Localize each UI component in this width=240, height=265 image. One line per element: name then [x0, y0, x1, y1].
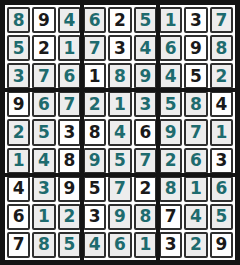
cell-r5c2[interactable]: 5: [32, 119, 55, 145]
cell-r2c8[interactable]: 9: [184, 35, 207, 61]
cell-r7c9[interactable]: 6: [210, 176, 233, 202]
cell-r3c5[interactable]: 8: [108, 63, 131, 89]
cell-r1c7[interactable]: 1: [159, 7, 182, 33]
cell-r8c2[interactable]: 1: [32, 204, 55, 230]
cell-r6c8[interactable]: 6: [184, 148, 207, 174]
cell-r9c2[interactable]: 8: [32, 232, 55, 258]
cell-r2c9[interactable]: 8: [210, 35, 233, 61]
cell-r2c1[interactable]: 5: [7, 35, 30, 61]
cell-r6c2[interactable]: 4: [32, 148, 55, 174]
cell-r4c7[interactable]: 5: [159, 91, 182, 117]
cell-r4c5[interactable]: 1: [108, 91, 131, 117]
cell-r6c5[interactable]: 5: [108, 148, 131, 174]
cell-r1c2[interactable]: 9: [32, 7, 55, 33]
cell-r5c1[interactable]: 2: [7, 119, 30, 145]
cell-r6c1[interactable]: 1: [7, 148, 30, 174]
cell-r4c2[interactable]: 6: [32, 91, 55, 117]
cell-r6c3[interactable]: 8: [58, 148, 81, 174]
cell-r7c4[interactable]: 5: [83, 176, 106, 202]
cell-r4c6[interactable]: 3: [134, 91, 157, 117]
box-separator-horizontal-1: [5, 88, 235, 92]
cell-r8c4[interactable]: 3: [83, 204, 106, 230]
cell-r6c7[interactable]: 2: [159, 148, 182, 174]
cell-r2c7[interactable]: 6: [159, 35, 182, 61]
cell-r2c5[interactable]: 3: [108, 35, 131, 61]
cell-r1c4[interactable]: 6: [83, 7, 106, 33]
cell-r8c3[interactable]: 2: [58, 204, 81, 230]
cell-r1c3[interactable]: 4: [58, 7, 81, 33]
cell-r3c1[interactable]: 3: [7, 63, 30, 89]
cell-r8c8[interactable]: 4: [184, 204, 207, 230]
cell-r2c6[interactable]: 4: [134, 35, 157, 61]
cell-r6c6[interactable]: 7: [134, 148, 157, 174]
cell-r5c7[interactable]: 9: [159, 119, 182, 145]
cell-r7c2[interactable]: 3: [32, 176, 55, 202]
cell-r7c3[interactable]: 9: [58, 176, 81, 202]
cell-r1c9[interactable]: 7: [210, 7, 233, 33]
cell-r3c7[interactable]: 4: [159, 63, 182, 89]
cell-r1c8[interactable]: 3: [184, 7, 207, 33]
cell-r9c3[interactable]: 5: [58, 232, 81, 258]
cell-r5c9[interactable]: 1: [210, 119, 233, 145]
cell-r6c9[interactable]: 3: [210, 148, 233, 174]
sudoku-board-frame: 8946251375217346983761894529672135842538…: [0, 0, 240, 265]
cell-r4c9[interactable]: 4: [210, 91, 233, 117]
cell-r3c3[interactable]: 6: [58, 63, 81, 89]
cell-r8c1[interactable]: 6: [7, 204, 30, 230]
cell-r4c3[interactable]: 7: [58, 91, 81, 117]
cell-r8c6[interactable]: 8: [134, 204, 157, 230]
cell-r8c9[interactable]: 5: [210, 204, 233, 230]
cell-r9c6[interactable]: 1: [134, 232, 157, 258]
cell-r4c4[interactable]: 2: [83, 91, 106, 117]
cell-r3c8[interactable]: 5: [184, 63, 207, 89]
cell-r7c1[interactable]: 4: [7, 176, 30, 202]
cell-r1c6[interactable]: 5: [134, 7, 157, 33]
cell-r3c9[interactable]: 2: [210, 63, 233, 89]
cell-r7c7[interactable]: 8: [159, 176, 182, 202]
cell-r8c7[interactable]: 7: [159, 204, 182, 230]
cell-r9c8[interactable]: 2: [184, 232, 207, 258]
cell-r9c1[interactable]: 7: [7, 232, 30, 258]
cell-r2c4[interactable]: 7: [83, 35, 106, 61]
cell-r9c5[interactable]: 6: [108, 232, 131, 258]
box-separator-vertical-2: [156, 5, 160, 260]
cell-r4c8[interactable]: 8: [184, 91, 207, 117]
cell-r3c6[interactable]: 9: [134, 63, 157, 89]
cell-r8c5[interactable]: 9: [108, 204, 131, 230]
cell-r9c9[interactable]: 9: [210, 232, 233, 258]
cell-r1c1[interactable]: 8: [7, 7, 30, 33]
cell-r2c2[interactable]: 2: [32, 35, 55, 61]
box-separator-horizontal-2: [5, 173, 235, 177]
cell-r3c4[interactable]: 1: [83, 63, 106, 89]
cell-r9c4[interactable]: 4: [83, 232, 106, 258]
cell-r3c2[interactable]: 7: [32, 63, 55, 89]
cell-r4c1[interactable]: 9: [7, 91, 30, 117]
cell-r7c5[interactable]: 7: [108, 176, 131, 202]
cell-r9c7[interactable]: 3: [159, 232, 182, 258]
cell-r5c3[interactable]: 3: [58, 119, 81, 145]
cell-r7c8[interactable]: 1: [184, 176, 207, 202]
cell-r1c5[interactable]: 2: [108, 7, 131, 33]
cell-r5c5[interactable]: 4: [108, 119, 131, 145]
box-separator-vertical-1: [80, 5, 84, 260]
cell-r5c6[interactable]: 6: [134, 119, 157, 145]
cell-r5c4[interactable]: 8: [83, 119, 106, 145]
cell-r6c4[interactable]: 9: [83, 148, 106, 174]
cell-r7c6[interactable]: 2: [134, 176, 157, 202]
cell-r2c3[interactable]: 1: [58, 35, 81, 61]
sudoku-grid: 8946251375217346983761894529672135842538…: [5, 5, 235, 260]
cell-r5c8[interactable]: 7: [184, 119, 207, 145]
